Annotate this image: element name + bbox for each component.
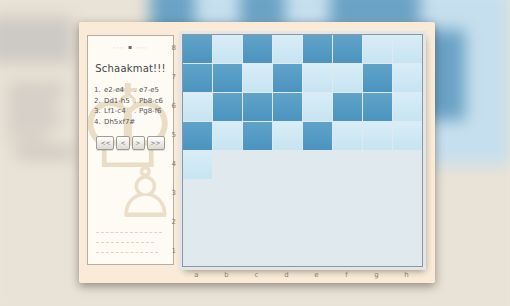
bg-text-smudge: [7, 131, 51, 139]
nav-prev-button[interactable]: <: [116, 136, 129, 150]
header-dots: ····▪····: [88, 44, 173, 51]
move-separator: [132, 117, 138, 128]
bg-text-smudge: [7, 85, 65, 93]
rank-label-1: 1: [167, 237, 179, 265]
square-a3[interactable]: [363, 93, 392, 121]
move-number: 1.: [94, 85, 103, 96]
square-h4[interactable]: [333, 93, 362, 121]
square-e7[interactable]: [243, 35, 272, 63]
move-row: 2.Dd1-h5.Pb8-c6: [94, 96, 166, 107]
square-g6[interactable]: [393, 35, 422, 63]
square-f3[interactable]: [273, 122, 302, 150]
square-h6[interactable]: [183, 64, 212, 92]
move-white: Dh5xf7#: [104, 117, 131, 128]
move-black: Pb8-c6: [139, 96, 166, 107]
square-g5[interactable]: [363, 64, 392, 92]
move-white: Lf1-c4: [104, 106, 131, 117]
file-label-f: f: [332, 271, 361, 279]
move-row: 1.e2-e4.e7-e5: [94, 85, 166, 96]
bg-square-h5: [465, 30, 510, 75]
square-b5[interactable]: [243, 64, 272, 92]
move-white: e2-e4: [104, 85, 131, 96]
square-g8[interactable]: [213, 35, 242, 63]
file-labels: abcdefgh: [182, 271, 421, 279]
main-panel: ♔ ♙ ····▪···· Schaakmat!!! 1.e2-e4.e7-e5…: [79, 22, 435, 283]
bg-gray-blob: [0, 17, 73, 63]
move-row: 4.Dh5xf7#: [94, 117, 166, 128]
square-h5[interactable]: [393, 64, 422, 92]
square-b4[interactable]: [213, 93, 242, 121]
square-f4[interactable]: [273, 93, 302, 121]
side-panel: ♔ ♙ ····▪···· Schaakmat!!! 1.e2-e4.e7-e5…: [87, 35, 174, 265]
move-black: [139, 117, 166, 128]
square-c3[interactable]: [183, 122, 212, 150]
move-separator: .: [132, 106, 138, 117]
square-b3[interactable]: [393, 93, 422, 121]
file-label-c: c: [242, 271, 271, 279]
square-d4[interactable]: [243, 93, 272, 121]
header-dots-left: ····: [113, 44, 125, 51]
nav-first-button[interactable]: <<: [96, 136, 114, 150]
screenshot-stage: ♔ ♙ ····▪···· Schaakmat!!! 1.e2-e4.e7-e5…: [0, 0, 510, 306]
square-e3[interactable]: [243, 122, 272, 150]
square-c5[interactable]: [273, 64, 302, 92]
square-g4[interactable]: [303, 93, 332, 121]
watermark-pawn-icon: ♙: [114, 158, 174, 228]
replay-controls: << < > >>: [88, 136, 173, 150]
square-b8[interactable]: [183, 35, 212, 63]
file-label-d: d: [272, 271, 301, 279]
square-a6[interactable]: [273, 35, 302, 63]
square-d1[interactable]: [393, 122, 422, 150]
chess-board: [182, 34, 423, 267]
rank-label-4: 4: [167, 150, 179, 178]
watermark-scribble: [96, 242, 154, 243]
move-white: Dd1-h5: [104, 96, 131, 107]
file-label-b: b: [212, 271, 241, 279]
square-e6[interactable]: [363, 35, 392, 63]
file-label-a: a: [182, 271, 211, 279]
square-d3[interactable]: [213, 122, 242, 150]
square-a5[interactable]: [213, 64, 242, 92]
move-black: e7-e5: [139, 85, 166, 96]
move-number: 2.: [94, 96, 103, 107]
rank-label-2: 2: [167, 208, 179, 236]
move-list: 1.e2-e4.e7-e52.Dd1-h5.Pb8-c63.Lf1-c4.Pg8…: [94, 85, 166, 127]
square-d6[interactable]: [333, 35, 362, 63]
file-label-h: h: [392, 271, 421, 279]
move-separator: .: [132, 85, 138, 96]
square-f1[interactable]: [183, 151, 212, 179]
square-d5[interactable]: [303, 64, 332, 92]
move-separator: .: [132, 96, 138, 107]
watermark-scribble: [96, 252, 158, 253]
watermark-scribble: [96, 232, 162, 233]
rank-label-3: 3: [167, 179, 179, 207]
bg-square-g6: [465, 0, 510, 30]
bg-square-b3: [465, 75, 510, 120]
move-number: 4.: [94, 117, 103, 128]
checkmate-status: Schaakmat!!!: [88, 63, 173, 74]
move-row: 3.Lf1-c4.Pg8-f6: [94, 106, 166, 117]
square-f5[interactable]: [333, 64, 362, 92]
square-b6[interactable]: [303, 35, 332, 63]
file-label-e: e: [302, 271, 331, 279]
move-number: 3.: [94, 106, 103, 117]
bg-text-smudge: [15, 148, 75, 157]
square-h3[interactable]: [333, 122, 362, 150]
header-dots-right: ····: [136, 44, 148, 51]
bg-text-smudge: [7, 100, 57, 108]
bg-text-smudge: [7, 115, 62, 123]
rank-label-6: 6: [167, 92, 179, 120]
bg-square-d1: [465, 120, 510, 165]
square-g3[interactable]: [303, 122, 332, 150]
nav-next-button[interactable]: >: [132, 136, 145, 150]
nav-last-button[interactable]: >>: [147, 136, 165, 150]
file-label-g: g: [362, 271, 391, 279]
square-a4[interactable]: [183, 93, 212, 121]
move-black: Pg8-f6: [139, 106, 166, 117]
header-marker-icon: ▪: [128, 43, 133, 50]
square-e2[interactable]: [363, 122, 392, 150]
